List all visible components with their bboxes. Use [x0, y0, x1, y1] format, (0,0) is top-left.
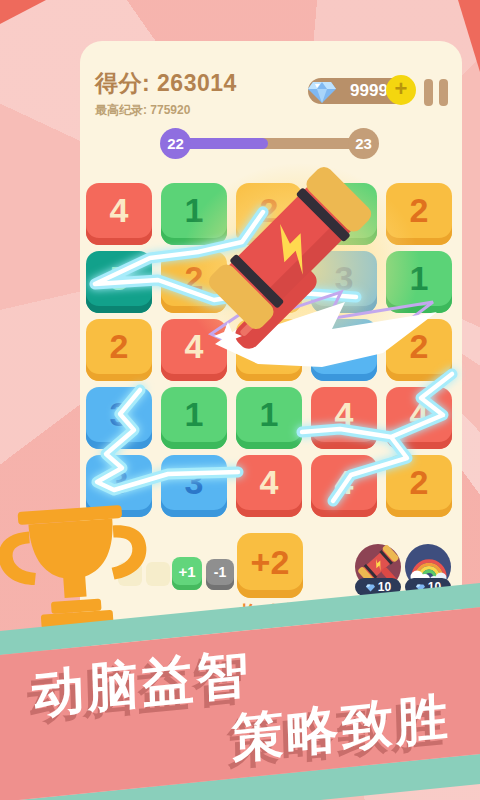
score-value: 263014 — [157, 70, 237, 96]
board-tile-r3c5[interactable]: 2 — [386, 319, 452, 381]
board-tile-r5c2[interactable]: 3 — [161, 455, 227, 517]
level-progress-bar — [173, 138, 363, 149]
board-tile-r4c5[interactable]: 4 — [386, 387, 452, 449]
score-label: 得分: 263014 — [95, 68, 237, 99]
board-tile-r3c4[interactable]: 3 — [311, 319, 377, 381]
pause-icon — [424, 79, 433, 106]
board-tile-r2c5[interactable]: 1 — [386, 251, 452, 313]
board-tile-r3c2[interactable]: 4 — [161, 319, 227, 381]
best-caption: 最高纪录: — [95, 103, 147, 117]
diamond-icon — [365, 582, 376, 593]
game-screen: 得分: 263014 最高纪录: 775920 9999 + 22 23 412… — [0, 0, 480, 800]
best-score-label: 最高纪录: 775920 — [95, 102, 237, 119]
current-level-badge: 22 — [160, 128, 191, 159]
board-tile-r4c2[interactable]: 1 — [161, 387, 227, 449]
score-block: 得分: 263014 最高纪录: 775920 — [95, 68, 237, 119]
hammer-powerup-button[interactable]: 10 — [355, 544, 401, 590]
board-tile-r2c1[interactable]: 5 — [86, 251, 152, 313]
board-tile-r2c4[interactable]: 3 — [311, 251, 377, 313]
board-tile-r1c3[interactable]: 2 — [236, 183, 302, 245]
board-tile-r3c1[interactable]: 2 — [86, 319, 152, 381]
add-gems-button[interactable]: + — [386, 75, 416, 105]
board-tile-r1c4[interactable]: 1 — [311, 183, 377, 245]
board-tile-r5c4[interactable]: 4 — [311, 455, 377, 517]
board-tile-r3c3[interactable]: 2 — [236, 319, 302, 381]
rainbow-powerup-button[interactable]: 10 — [405, 544, 451, 590]
board-tile-r1c1[interactable]: 4 — [86, 183, 152, 245]
score-caption: 得分: — [95, 70, 150, 96]
pause-button[interactable] — [424, 79, 452, 107]
board-tile-r4c1[interactable]: 3 — [86, 387, 152, 449]
diamond-icon — [305, 74, 339, 108]
board-tile-r4c3[interactable]: 1 — [236, 387, 302, 449]
slogan-line-1: 动脑益智 — [31, 638, 252, 730]
board-tile-r1c5[interactable]: 2 — [386, 183, 452, 245]
draggable-current-tile[interactable]: +2 — [237, 533, 303, 598]
board-tile-r1c2[interactable]: 1 — [161, 183, 227, 245]
board-tile-r4c4[interactable]: 4 — [311, 387, 377, 449]
board-tile-r2c2[interactable]: 2 — [161, 251, 227, 313]
corner-ray-decoration — [0, 0, 46, 24]
queue-tile-minus1: -1 — [206, 559, 234, 590]
gem-counter[interactable]: 9999 + — [308, 78, 412, 104]
board-tile-r2c3[interactable]: 2 — [236, 251, 302, 313]
merge-board: 4121252231242323114433442 — [86, 183, 452, 517]
pause-icon — [439, 79, 448, 106]
board-tile-r5c5[interactable]: 2 — [386, 455, 452, 517]
next-level-badge: 23 — [348, 128, 379, 159]
board-tile-r5c3[interactable]: 4 — [236, 455, 302, 517]
queue-tile-plus1: +1 — [172, 557, 202, 590]
best-value: 775920 — [150, 103, 190, 117]
